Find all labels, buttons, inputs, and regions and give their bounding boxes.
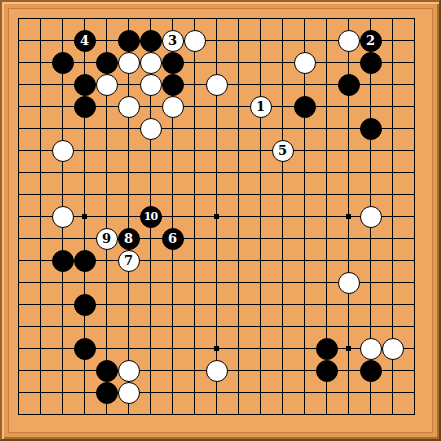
white-stone bbox=[118, 52, 140, 74]
black-stone bbox=[96, 360, 118, 382]
black-stone-move-2: 2 bbox=[360, 30, 382, 52]
black-stone bbox=[140, 30, 162, 52]
black-stone bbox=[96, 52, 118, 74]
black-stone bbox=[74, 250, 96, 272]
black-stone bbox=[162, 74, 184, 96]
black-stone bbox=[294, 96, 316, 118]
black-stone bbox=[338, 74, 360, 96]
black-stone bbox=[360, 52, 382, 74]
black-stone bbox=[162, 52, 184, 74]
white-stone bbox=[360, 206, 382, 228]
black-stone bbox=[52, 250, 74, 272]
black-stone bbox=[316, 360, 338, 382]
black-stone-move-4: 4 bbox=[74, 30, 96, 52]
white-stone bbox=[294, 52, 316, 74]
white-stone bbox=[118, 382, 140, 404]
white-stone bbox=[96, 74, 118, 96]
black-stone bbox=[74, 338, 96, 360]
white-stone-move-9: 9 bbox=[96, 228, 118, 250]
white-stone bbox=[118, 96, 140, 118]
white-stone-move-1: 1 bbox=[250, 96, 272, 118]
white-stone-move-5: 5 bbox=[272, 140, 294, 162]
black-stone bbox=[360, 118, 382, 140]
black-stone bbox=[96, 382, 118, 404]
white-stone bbox=[338, 30, 360, 52]
white-stone bbox=[338, 272, 360, 294]
white-stone bbox=[52, 206, 74, 228]
white-stone bbox=[140, 118, 162, 140]
white-stone bbox=[206, 74, 228, 96]
black-stone bbox=[360, 360, 382, 382]
black-stone-move-6: 6 bbox=[162, 228, 184, 250]
go-board: 43215109867 bbox=[0, 0, 441, 441]
white-stone bbox=[206, 360, 228, 382]
black-stone bbox=[118, 30, 140, 52]
white-stone bbox=[140, 74, 162, 96]
white-stone bbox=[162, 96, 184, 118]
black-stone bbox=[74, 294, 96, 316]
black-stone-move-10: 10 bbox=[140, 206, 162, 228]
white-stone-move-7: 7 bbox=[118, 250, 140, 272]
black-stone bbox=[52, 52, 74, 74]
white-stone bbox=[140, 52, 162, 74]
black-stone bbox=[74, 74, 96, 96]
white-stone bbox=[118, 360, 140, 382]
white-stone bbox=[382, 338, 404, 360]
stones-layer: 43215109867 bbox=[8, 8, 426, 426]
white-stone bbox=[184, 30, 206, 52]
white-stone-move-3: 3 bbox=[162, 30, 184, 52]
white-stone bbox=[52, 140, 74, 162]
white-stone bbox=[360, 338, 382, 360]
black-stone-move-8: 8 bbox=[118, 228, 140, 250]
black-stone bbox=[74, 96, 96, 118]
black-stone bbox=[316, 338, 338, 360]
